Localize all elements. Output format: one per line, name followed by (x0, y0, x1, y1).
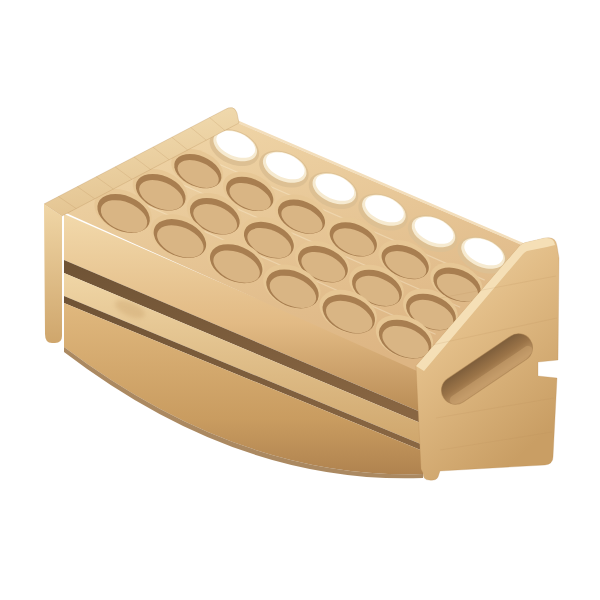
product-photo-stage (0, 0, 600, 600)
wooden-test-tube-rack (0, 0, 600, 600)
left-panel-front-sliver (44, 204, 62, 343)
